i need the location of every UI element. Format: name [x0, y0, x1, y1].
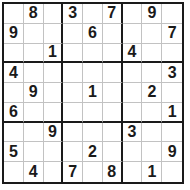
sudoku-cell-r9c6[interactable]: 8 — [103, 162, 123, 182]
sudoku-cell-r6c3[interactable] — [44, 103, 64, 123]
sudoku-cell-r7c1[interactable] — [4, 123, 24, 143]
sudoku-cell-r6c5[interactable] — [83, 103, 103, 123]
sudoku-cell-r9c1[interactable] — [4, 162, 24, 182]
sudoku-cell-r3c5[interactable] — [83, 44, 103, 64]
sudoku-cell-r5c3[interactable] — [44, 83, 64, 103]
sudoku-cell-r4c8[interactable] — [142, 63, 162, 83]
sudoku-cell-r4c1[interactable]: 4 — [4, 63, 24, 83]
sudoku-cell-r4c5[interactable] — [83, 63, 103, 83]
sudoku-cell-r6c7[interactable] — [123, 103, 143, 123]
sudoku-cell-r5c1[interactable] — [4, 83, 24, 103]
sudoku-cell-r8c5[interactable]: 2 — [83, 142, 103, 162]
sudoku-cell-r8c3[interactable] — [44, 142, 64, 162]
sudoku-cell-r5c2[interactable]: 9 — [24, 83, 44, 103]
sudoku-cell-r5c6[interactable] — [103, 83, 123, 103]
sudoku-cell-r8c9[interactable]: 9 — [162, 142, 182, 162]
sudoku-cell-r2c3[interactable] — [44, 24, 64, 44]
sudoku-cell-r4c3[interactable] — [44, 63, 64, 83]
sudoku-cell-r4c7[interactable] — [123, 63, 143, 83]
sudoku-cell-r6c4[interactable] — [63, 103, 83, 123]
sudoku-cell-r9c9[interactable] — [162, 162, 182, 182]
sudoku-cell-r3c6[interactable] — [103, 44, 123, 64]
sudoku-cell-r1c3[interactable] — [44, 4, 64, 24]
sudoku-cell-r8c8[interactable] — [142, 142, 162, 162]
sudoku-cell-r8c6[interactable] — [103, 142, 123, 162]
sudoku-cell-r7c8[interactable] — [142, 123, 162, 143]
sudoku-cell-r3c3[interactable]: 1 — [44, 44, 64, 64]
sudoku-cell-r4c4[interactable] — [63, 63, 83, 83]
sudoku-cell-r8c4[interactable] — [63, 142, 83, 162]
sudoku-cell-r9c4[interactable]: 7 — [63, 162, 83, 182]
sudoku-cell-r7c2[interactable] — [24, 123, 44, 143]
sudoku-cell-r3c2[interactable] — [24, 44, 44, 64]
sudoku-cell-r1c7[interactable] — [123, 4, 143, 24]
sudoku-cell-r3c7[interactable]: 4 — [123, 44, 143, 64]
sudoku-cell-r8c1[interactable]: 5 — [4, 142, 24, 162]
sudoku-cell-r7c4[interactable] — [63, 123, 83, 143]
sudoku-cell-r7c6[interactable] — [103, 123, 123, 143]
sudoku-cell-r9c2[interactable]: 4 — [24, 162, 44, 182]
sudoku-cell-r3c8[interactable] — [142, 44, 162, 64]
sudoku-cell-r2c8[interactable] — [142, 24, 162, 44]
sudoku-cell-r1c2[interactable]: 8 — [24, 4, 44, 24]
sudoku-cell-r6c8[interactable] — [142, 103, 162, 123]
sudoku-cell-r6c1[interactable]: 6 — [4, 103, 24, 123]
sudoku-cell-r2c6[interactable] — [103, 24, 123, 44]
sudoku-cell-r7c3[interactable]: 9 — [44, 123, 64, 143]
sudoku-cell-r4c6[interactable] — [103, 63, 123, 83]
sudoku-cell-r2c4[interactable] — [63, 24, 83, 44]
sudoku-cell-r1c4[interactable]: 3 — [63, 4, 83, 24]
sudoku-cell-r9c5[interactable] — [83, 162, 103, 182]
sudoku-cell-r2c1[interactable]: 9 — [4, 24, 24, 44]
sudoku-cell-r2c9[interactable]: 7 — [162, 24, 182, 44]
sudoku-cell-r1c1[interactable] — [4, 4, 24, 24]
sudoku-cell-r1c5[interactable] — [83, 4, 103, 24]
sudoku-cell-r2c5[interactable]: 6 — [83, 24, 103, 44]
sudoku-cell-r5c5[interactable]: 1 — [83, 83, 103, 103]
sudoku-cell-r5c8[interactable]: 2 — [142, 83, 162, 103]
sudoku-cell-r6c9[interactable]: 1 — [162, 103, 182, 123]
sudoku-board: 8379967144391261935294781 — [2, 2, 184, 184]
sudoku-cell-r5c7[interactable] — [123, 83, 143, 103]
sudoku-cell-r3c9[interactable] — [162, 44, 182, 64]
sudoku-cell-r7c9[interactable] — [162, 123, 182, 143]
sudoku-cell-r9c3[interactable] — [44, 162, 64, 182]
sudoku-cell-r4c2[interactable] — [24, 63, 44, 83]
sudoku-cell-r5c9[interactable] — [162, 83, 182, 103]
sudoku-cell-r1c8[interactable]: 9 — [142, 4, 162, 24]
sudoku-cell-r2c2[interactable] — [24, 24, 44, 44]
sudoku-cell-r9c7[interactable] — [123, 162, 143, 182]
sudoku-cell-r9c8[interactable]: 1 — [142, 162, 162, 182]
sudoku-cell-r8c7[interactable] — [123, 142, 143, 162]
sudoku-cell-r3c4[interactable] — [63, 44, 83, 64]
sudoku-cell-r7c5[interactable] — [83, 123, 103, 143]
sudoku-cell-r5c4[interactable] — [63, 83, 83, 103]
sudoku-cell-r3c1[interactable] — [4, 44, 24, 64]
sudoku-cell-r2c7[interactable] — [123, 24, 143, 44]
sudoku-cell-r1c9[interactable] — [162, 4, 182, 24]
sudoku-cell-r4c9[interactable]: 3 — [162, 63, 182, 83]
sudoku-cell-r1c6[interactable]: 7 — [103, 4, 123, 24]
sudoku-cell-r8c2[interactable] — [24, 142, 44, 162]
sudoku-cell-r7c7[interactable]: 3 — [123, 123, 143, 143]
sudoku-cell-r6c2[interactable] — [24, 103, 44, 123]
sudoku-cell-r6c6[interactable] — [103, 103, 123, 123]
